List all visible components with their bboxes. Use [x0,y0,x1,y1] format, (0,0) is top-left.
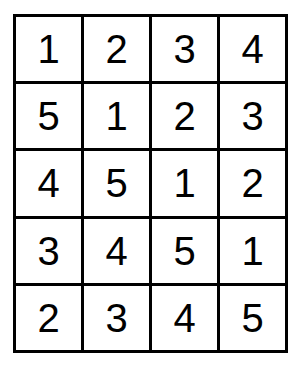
cell-r1c3: 3 [152,17,217,81]
cell-r5c1: 2 [16,286,81,350]
cell-r1c1: 1 [16,17,81,81]
cell-r2c2: 1 [84,84,149,148]
cell-r4c2: 4 [84,219,149,283]
cell-r4c3: 5 [152,219,217,283]
cell-r4c1: 3 [16,219,81,283]
cell-r5c3: 4 [152,286,217,350]
number-grid-board: 1 2 3 4 5 1 2 3 4 5 1 2 3 4 5 1 2 3 4 5 [13,14,288,353]
cell-r1c4: 4 [220,17,285,81]
cell-r5c4: 5 [220,286,285,350]
cell-r3c2: 5 [84,151,149,215]
cell-r3c4: 2 [220,151,285,215]
puzzle-diagram: 1 2 3 4 5 1 2 3 4 5 1 2 3 4 5 1 2 3 4 5 [0,0,300,366]
cell-r3c3: 1 [152,151,217,215]
cell-r3c1: 4 [16,151,81,215]
cell-r5c2: 3 [84,286,149,350]
cell-r1c2: 2 [84,17,149,81]
cell-r4c4: 1 [220,219,285,283]
cell-r2c4: 3 [220,84,285,148]
cell-r2c1: 5 [16,84,81,148]
cell-r2c3: 2 [152,84,217,148]
